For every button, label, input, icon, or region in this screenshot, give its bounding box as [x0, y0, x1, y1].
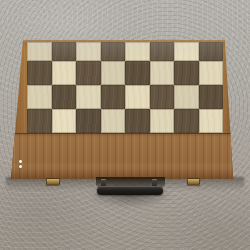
board-square — [27, 61, 52, 85]
board-square — [150, 42, 175, 61]
brass-latch-left — [46, 178, 60, 185]
board-square — [199, 42, 224, 61]
carry-handle — [97, 186, 163, 195]
board-square — [150, 61, 175, 85]
brass-latch-right — [187, 178, 200, 185]
board-square — [125, 85, 150, 109]
board-square — [27, 42, 52, 61]
board-square — [52, 42, 77, 61]
board-square — [125, 42, 150, 61]
board-square — [101, 85, 126, 109]
board-square — [52, 61, 77, 85]
board-square — [174, 85, 199, 109]
board-square — [52, 109, 77, 133]
board-square — [27, 85, 52, 109]
board-square — [199, 85, 224, 109]
board-grid — [27, 42, 223, 133]
board-square — [76, 42, 101, 61]
board-square — [76, 61, 101, 85]
board-square — [150, 85, 175, 109]
board-square — [199, 109, 224, 133]
board-square — [76, 85, 101, 109]
board-square — [125, 109, 150, 133]
board-square — [199, 61, 224, 85]
board-square — [174, 61, 199, 85]
board-square — [174, 42, 199, 61]
paint-speck — [19, 160, 22, 169]
chess-box-lid — [11, 40, 234, 179]
board-square — [125, 61, 150, 85]
board-square — [101, 61, 126, 85]
board-square — [150, 109, 175, 133]
board-square — [174, 109, 199, 133]
carpet-background — [0, 0, 250, 250]
board-square — [52, 85, 77, 109]
board-square — [76, 109, 101, 133]
board-square — [101, 109, 126, 133]
wood-apron — [11, 133, 234, 179]
board-square — [101, 42, 126, 61]
board-square — [27, 109, 52, 133]
